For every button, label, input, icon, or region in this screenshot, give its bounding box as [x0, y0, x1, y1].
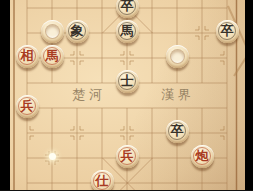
piece-black-士[interactable]: 士 [116, 70, 139, 93]
piece-red-兵[interactable]: 兵 [116, 145, 139, 168]
river-label-chu-he: 楚河 [59, 87, 119, 103]
piece-red-炮[interactable]: 炮 [191, 145, 214, 168]
piece-glyph: 兵 [16, 95, 39, 118]
piece-glyph: 象 [66, 20, 89, 43]
xiangqi-app-screenshot: 楚河 漢界 卒象馬卒相馬士兵卒兵炮仕 [0, 0, 253, 190]
piece-glyph: 卒 [116, 0, 139, 18]
xiangqi-board[interactable]: 楚河 漢界 卒象馬卒相馬士兵卒兵炮仕 [10, 0, 245, 190]
piece-glyph: 炮 [191, 145, 214, 168]
piece-black-象[interactable]: 象 [66, 20, 89, 43]
piece-glyph: 卒 [166, 120, 189, 143]
piece-glyph: 馬 [116, 20, 139, 43]
piece-glyph: 馬 [41, 45, 64, 68]
piece-black-馬[interactable]: 馬 [116, 20, 139, 43]
piece-glyph: 卒 [216, 20, 239, 43]
piece-glyph: 士 [116, 70, 139, 93]
river-label-han-jie: 漢界 [148, 87, 208, 103]
piece-red-仕[interactable]: 仕 [91, 170, 114, 191]
piece-glyph: 相 [16, 45, 39, 68]
hidden-piece[interactable] [166, 45, 189, 68]
piece-red-兵[interactable]: 兵 [16, 95, 39, 118]
letterbox-right [245, 0, 253, 190]
piece-red-相[interactable]: 相 [16, 45, 39, 68]
face-down-cap [45, 24, 60, 39]
piece-glyph: 兵 [116, 145, 139, 168]
piece-glyph: 仕 [91, 170, 114, 191]
move-hint-dot[interactable] [49, 153, 56, 160]
face-down-cap [170, 49, 185, 64]
piece-black-卒[interactable]: 卒 [116, 0, 139, 18]
piece-red-馬[interactable]: 馬 [41, 45, 64, 68]
letterbox-left [0, 0, 10, 190]
piece-black-卒[interactable]: 卒 [216, 20, 239, 43]
hidden-piece[interactable] [41, 20, 64, 43]
piece-black-卒[interactable]: 卒 [166, 120, 189, 143]
